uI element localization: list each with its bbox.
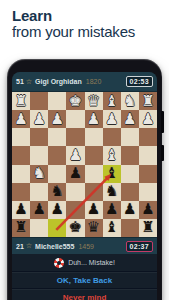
square-f2[interactable]: ♟ <box>48 110 66 128</box>
piece-wN-g5: ♞ <box>32 166 45 181</box>
square-c3[interactable] <box>103 128 121 146</box>
square-d1[interactable]: ♛ <box>85 92 103 110</box>
piece-bK-e8: ♚ <box>69 220 82 235</box>
square-d7[interactable]: ♟ <box>85 201 103 219</box>
lifebuoy-icon <box>54 258 64 268</box>
piece-bP-e5: ♟ <box>69 166 82 181</box>
square-f5[interactable] <box>48 165 66 183</box>
piece-bP-a7: ♟ <box>141 202 154 217</box>
square-a4[interactable] <box>139 146 157 164</box>
piece-wP-c2: ♟ <box>105 112 118 127</box>
piece-bP-d7: ♟ <box>87 202 100 217</box>
piece-wN-b1: ♞ <box>123 94 136 109</box>
square-c7[interactable]: ♟ <box>103 201 121 219</box>
piece-bP-h7: ♟ <box>14 202 27 217</box>
square-a6[interactable] <box>139 183 157 201</box>
square-b7[interactable]: ♟ <box>121 201 139 219</box>
square-d2[interactable]: ♟ <box>85 110 103 128</box>
piece-bP-g7: ♟ <box>32 202 45 217</box>
square-h8[interactable]: ♜ <box>12 219 30 237</box>
headline: Learn from your mistakes <box>12 8 135 40</box>
piece-bN-f6: ♞ <box>51 184 64 199</box>
square-b8[interactable] <box>121 219 139 237</box>
square-a7[interactable]: ♟ <box>139 201 157 219</box>
square-h4[interactable] <box>12 146 30 164</box>
volume-button <box>161 111 164 133</box>
page: Learn from your mistakes 51 ☆ Gigi Orghi… <box>0 0 169 300</box>
piece-wP-a2: ♟ <box>141 112 154 127</box>
square-g7[interactable]: ♟ <box>30 201 48 219</box>
piece-wR-h1: ♜ <box>14 94 27 109</box>
square-a5[interactable] <box>139 165 157 183</box>
top-player-rating: 1820 <box>86 78 102 85</box>
top-player-clock: 02:53 <box>126 76 153 87</box>
square-c5[interactable]: ♝ <box>103 165 121 183</box>
square-d6[interactable] <box>85 183 103 201</box>
bottom-player-name: Michelle555 <box>35 243 74 250</box>
square-d8[interactable]: ♛ <box>85 219 103 237</box>
square-h1[interactable]: ♜ <box>12 92 30 110</box>
square-b3[interactable] <box>121 128 139 146</box>
bottom-player-bar: 21 ☆ Michelle555 1459 02:37 <box>12 237 157 254</box>
square-a3[interactable] <box>139 128 157 146</box>
square-e8[interactable]: ♚ <box>66 219 84 237</box>
phone-frame: 51 ☆ Gigi Orghidan 1820 02:53 ♜♚♛♝♞♜♟♟♟♟… <box>7 59 162 300</box>
piece-bR-a8: ♜ <box>141 220 154 235</box>
square-c1[interactable]: ♝ <box>103 92 121 110</box>
chess-board: ♜♚♛♝♞♜♟♟♟♟♟♟♟♟♝♞♟♝♞♞♟♟♟♟♟♟♟♜♚♛♝♜ <box>12 92 157 237</box>
square-e2[interactable] <box>66 110 84 128</box>
square-c2[interactable]: ♟ <box>103 110 121 128</box>
square-h6[interactable] <box>12 183 30 201</box>
square-f1[interactable] <box>48 92 66 110</box>
power-button <box>161 145 164 161</box>
piece-bP-f7: ♟ <box>51 202 64 217</box>
square-e1[interactable]: ♚ <box>66 92 84 110</box>
piece-wB-c4: ♝ <box>105 148 118 163</box>
piece-wP-f2: ♟ <box>51 112 64 127</box>
square-c8[interactable]: ♝ <box>103 219 121 237</box>
square-a8[interactable]: ♜ <box>139 219 157 237</box>
square-g8[interactable] <box>30 219 48 237</box>
piece-wB-c1: ♝ <box>105 94 118 109</box>
square-b5[interactable] <box>121 165 139 183</box>
square-d4[interactable] <box>85 146 103 164</box>
never-mind-label: Never mind <box>63 293 107 300</box>
square-d3[interactable] <box>85 128 103 146</box>
piece-wP-b2: ♟ <box>123 112 136 127</box>
square-g1[interactable] <box>30 92 48 110</box>
square-c6[interactable]: ♞ <box>103 183 121 201</box>
piece-bB-c8: ♝ <box>105 220 118 235</box>
square-h5[interactable] <box>12 165 30 183</box>
piece-wP-d2: ♟ <box>87 112 100 127</box>
piece-bN-c6: ♞ <box>105 184 118 199</box>
piece-wK-e1: ♚ <box>69 94 82 109</box>
square-g2[interactable]: ♟ <box>30 110 48 128</box>
piece-bP-b7: ♟ <box>123 202 136 217</box>
square-b6[interactable] <box>121 183 139 201</box>
ok-take-back-label: OK, Take Back <box>57 276 112 285</box>
ok-take-back-button[interactable]: OK, Take Back <box>12 272 157 288</box>
square-f8[interactable] <box>48 219 66 237</box>
square-d5[interactable] <box>85 165 103 183</box>
top-player-bar: 51 ☆ Gigi Orghidan 1820 02:53 <box>12 72 157 92</box>
piece-wQ-d1: ♛ <box>87 94 100 109</box>
square-f6[interactable]: ♞ <box>48 183 66 201</box>
star-icon: ☆ <box>26 242 32 250</box>
square-e7[interactable] <box>66 201 84 219</box>
square-h3[interactable] <box>12 128 30 146</box>
piece-wP-g2: ♟ <box>32 112 45 127</box>
bottom-player-level: 21 <box>16 243 24 250</box>
square-b2[interactable]: ♟ <box>121 110 139 128</box>
star-icon: ☆ <box>26 78 32 86</box>
bottom-player-rating: 1459 <box>78 243 94 250</box>
square-f4[interactable] <box>48 146 66 164</box>
square-b1[interactable]: ♞ <box>121 92 139 110</box>
square-f3[interactable] <box>48 128 66 146</box>
piece-bQ-d8: ♛ <box>87 220 100 235</box>
square-g6[interactable] <box>30 183 48 201</box>
square-g5[interactable]: ♞ <box>30 165 48 183</box>
square-e3[interactable] <box>66 128 84 146</box>
square-a2[interactable]: ♟ <box>139 110 157 128</box>
piece-wP-e4: ♟ <box>69 148 82 163</box>
square-c4[interactable]: ♝ <box>103 146 121 164</box>
mistake-message: Duh... Mistake! <box>68 259 115 266</box>
piece-bB-c5: ♝ <box>105 166 118 181</box>
square-e6[interactable] <box>66 183 84 201</box>
bottom-player-clock: 02:37 <box>126 241 153 252</box>
app-screen: 51 ☆ Gigi Orghidan 1820 02:53 ♜♚♛♝♞♜♟♟♟♟… <box>12 72 157 300</box>
never-mind-button[interactable]: Never mind <box>12 289 157 300</box>
takeback-dialog: Duh... Mistake! OK, Take Back Never mind <box>12 254 157 300</box>
square-g3[interactable] <box>30 128 48 146</box>
square-g4[interactable] <box>30 146 48 164</box>
square-a1[interactable]: ♜ <box>139 92 157 110</box>
mistake-message-row: Duh... Mistake! <box>12 254 157 271</box>
square-b4[interactable] <box>121 146 139 164</box>
square-h7[interactable]: ♟ <box>12 201 30 219</box>
square-e4[interactable]: ♟ <box>66 146 84 164</box>
square-h2[interactable]: ♟ <box>12 110 30 128</box>
headline-bold: Learn <box>12 8 135 24</box>
piece-wR-a1: ♜ <box>141 94 154 109</box>
top-player-name: Gigi Orghidan <box>35 78 82 85</box>
piece-wP-h2: ♟ <box>14 112 27 127</box>
piece-bR-h8: ♜ <box>14 220 27 235</box>
square-f7[interactable]: ♟ <box>48 201 66 219</box>
piece-bP-c7: ♟ <box>105 202 118 217</box>
square-e5[interactable]: ♟ <box>66 165 84 183</box>
headline-rest: from your mistakes <box>12 24 135 40</box>
top-player-level: 51 <box>16 78 24 85</box>
